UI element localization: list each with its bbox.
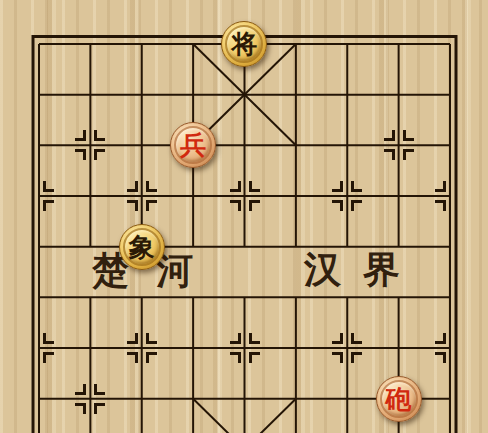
pieces-layer: 将兵象砲 — [13, 19, 475, 433]
piece-black-general[interactable]: 将 — [221, 21, 267, 67]
xiangqi-board: 楚河 汉界 将兵象砲 — [0, 0, 488, 433]
piece-character: 兵 — [180, 132, 206, 158]
piece-character: 将 — [231, 31, 257, 57]
piece-red-cannon[interactable]: 砲 — [376, 376, 422, 422]
piece-black-elephant[interactable]: 象 — [119, 224, 165, 270]
piece-character: 砲 — [386, 386, 412, 412]
piece-red-soldier[interactable]: 兵 — [170, 122, 216, 168]
piece-character: 象 — [129, 234, 155, 260]
